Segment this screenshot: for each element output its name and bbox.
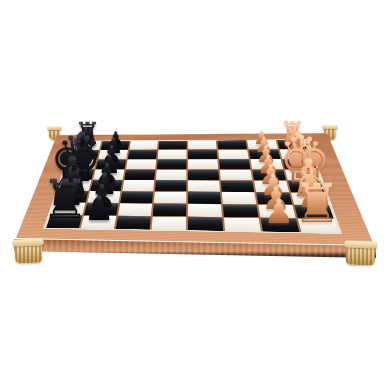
square-h6 [116, 216, 151, 229]
board-inner-border [43, 139, 342, 234]
square-c2 [250, 159, 283, 169]
square-g6 [118, 203, 152, 215]
square-c6 [126, 160, 156, 170]
square-a1 [277, 140, 309, 149]
board-foot-front-left [15, 242, 43, 264]
square-e2 [254, 181, 289, 192]
square-a5 [159, 141, 187, 150]
square-d1 [285, 170, 320, 181]
square-e7 [90, 180, 122, 191]
square-e1 [288, 181, 325, 192]
square-d7 [93, 170, 124, 180]
square-h3 [224, 218, 261, 232]
square-d2 [252, 170, 286, 181]
square-c5 [157, 159, 187, 169]
chessboard [16, 133, 374, 245]
square-h2 [261, 218, 300, 232]
square-f4 [188, 192, 221, 204]
chess-set-photo: ♜♟♟♜♞♟♟♞♝♟♟♝♛♟♟♛♚♟♟♚♝♟♟♝♞♟♟♞♜♟♟♜ [0, 0, 390, 390]
square-f5 [154, 192, 186, 204]
square-b6 [128, 150, 157, 159]
square-a7 [101, 141, 130, 150]
square-d8 [62, 169, 94, 179]
square-d4 [188, 170, 219, 180]
square-d3 [220, 170, 252, 180]
board-foot-front-right [346, 244, 376, 266]
square-f1 [291, 193, 329, 205]
square-g7 [84, 203, 118, 215]
square-b7 [98, 150, 128, 159]
square-a6 [129, 141, 157, 150]
square-e5 [155, 180, 186, 191]
square-b2 [249, 150, 281, 159]
square-c1 [282, 159, 316, 169]
square-h5 [152, 217, 187, 231]
square-h1 [298, 219, 339, 233]
square-g4 [188, 204, 222, 217]
square-d6 [124, 170, 155, 180]
square-h7 [81, 216, 117, 229]
square-b5 [158, 150, 187, 159]
square-g8 [51, 203, 86, 215]
square-e6 [122, 180, 154, 191]
square-h8 [46, 215, 82, 228]
square-b8 [69, 150, 99, 159]
square-h4 [188, 217, 223, 231]
square-e4 [188, 180, 220, 191]
square-f2 [256, 192, 292, 204]
square-e3 [221, 181, 254, 192]
square-a4 [188, 141, 216, 150]
square-b1 [280, 149, 313, 158]
square-a3 [217, 140, 247, 149]
square-g2 [258, 205, 295, 218]
board-squares [46, 140, 338, 233]
square-g1 [294, 205, 333, 218]
square-e8 [59, 180, 92, 191]
square-f7 [87, 191, 120, 203]
square-c4 [188, 159, 218, 169]
square-f6 [120, 191, 153, 203]
square-b4 [188, 150, 217, 159]
square-c3 [219, 159, 250, 169]
square-a2 [247, 140, 278, 149]
square-c8 [66, 160, 97, 169]
square-b3 [218, 150, 248, 159]
square-d5 [156, 170, 187, 180]
square-a8 [72, 141, 101, 150]
square-c7 [96, 160, 126, 169]
square-f3 [222, 192, 256, 204]
square-g5 [153, 204, 186, 217]
square-f8 [55, 191, 89, 202]
square-g3 [223, 204, 259, 217]
